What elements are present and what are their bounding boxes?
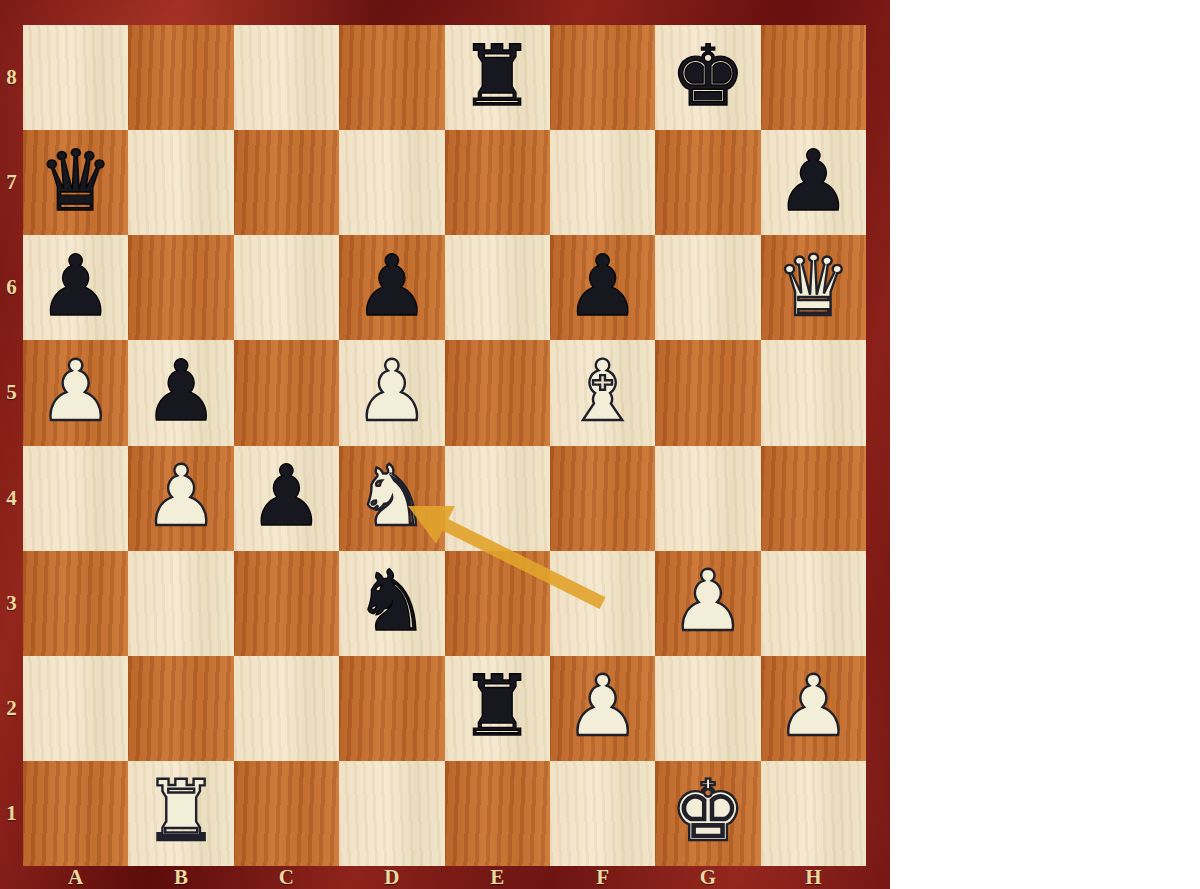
square-d5[interactable]: ♟	[339, 340, 444, 445]
square-e3[interactable]	[445, 551, 550, 656]
black-rook-e2[interactable]: ♜	[460, 664, 535, 748]
board-frame: ♜♚♛♟♟♟♟♛♟♟♟♝♟♟♞♞♟♜♟♟♜♚ 87654321 ABCDEFGH	[0, 0, 890, 889]
square-d1[interactable]	[339, 761, 444, 866]
square-c3[interactable]	[234, 551, 339, 656]
square-b7[interactable]	[128, 130, 233, 235]
square-d2[interactable]	[339, 656, 444, 761]
square-a4[interactable]	[23, 446, 128, 551]
square-d8[interactable]	[339, 25, 444, 130]
square-g2[interactable]	[655, 656, 760, 761]
white-pawn-b4[interactable]: ♟	[143, 454, 218, 538]
black-pawn-f6[interactable]: ♟	[565, 244, 640, 328]
rank-label-8: 8	[0, 25, 23, 130]
square-h8[interactable]	[761, 25, 866, 130]
square-h3[interactable]	[761, 551, 866, 656]
file-label-G: G	[655, 866, 760, 889]
white-rook-b1[interactable]: ♜	[143, 769, 218, 853]
square-f8[interactable]	[550, 25, 655, 130]
square-b2[interactable]	[128, 656, 233, 761]
square-f2[interactable]: ♟	[550, 656, 655, 761]
black-pawn-h7[interactable]: ♟	[776, 139, 851, 223]
file-label-F: F	[550, 866, 655, 889]
square-h5[interactable]	[761, 340, 866, 445]
square-d3[interactable]: ♞	[339, 551, 444, 656]
rank-label-3: 3	[0, 551, 23, 656]
square-f4[interactable]	[550, 446, 655, 551]
file-label-A: A	[23, 866, 128, 889]
square-c8[interactable]	[234, 25, 339, 130]
black-pawn-d6[interactable]: ♟	[354, 244, 429, 328]
file-label-E: E	[445, 866, 550, 889]
rank-label-1: 1	[0, 761, 23, 866]
square-b6[interactable]	[128, 235, 233, 340]
square-a7[interactable]: ♛	[23, 130, 128, 235]
square-e6[interactable]	[445, 235, 550, 340]
rank-label-5: 5	[0, 340, 23, 445]
square-c5[interactable]	[234, 340, 339, 445]
square-g6[interactable]	[655, 235, 760, 340]
white-king-g1[interactable]: ♚	[670, 769, 745, 853]
black-knight-d3[interactable]: ♞	[354, 559, 429, 643]
white-pawn-h2[interactable]: ♟	[776, 664, 851, 748]
black-queen-a7[interactable]: ♛	[38, 139, 113, 223]
square-a5[interactable]: ♟	[23, 340, 128, 445]
square-h4[interactable]	[761, 446, 866, 551]
file-label-D: D	[339, 866, 444, 889]
square-e7[interactable]	[445, 130, 550, 235]
square-b8[interactable]	[128, 25, 233, 130]
square-h2[interactable]: ♟	[761, 656, 866, 761]
board-squares: ♜♚♛♟♟♟♟♛♟♟♟♝♟♟♞♞♟♜♟♟♜♚	[23, 25, 866, 866]
square-g4[interactable]	[655, 446, 760, 551]
square-d6[interactable]: ♟	[339, 235, 444, 340]
black-king-g8[interactable]: ♚	[670, 34, 745, 118]
square-f5[interactable]: ♝	[550, 340, 655, 445]
square-h7[interactable]: ♟	[761, 130, 866, 235]
black-pawn-c4[interactable]: ♟	[249, 454, 324, 538]
square-g7[interactable]	[655, 130, 760, 235]
square-d4[interactable]: ♞	[339, 446, 444, 551]
rank-label-6: 6	[0, 235, 23, 340]
square-e5[interactable]	[445, 340, 550, 445]
square-e2[interactable]: ♜	[445, 656, 550, 761]
square-f3[interactable]	[550, 551, 655, 656]
black-pawn-a6[interactable]: ♟	[38, 244, 113, 328]
chess-diagram-stage: ♜♚♛♟♟♟♟♛♟♟♟♝♟♟♞♞♟♜♟♟♜♚ 87654321 ABCDEFGH	[0, 0, 1200, 889]
square-c4[interactable]: ♟	[234, 446, 339, 551]
black-pawn-b5[interactable]: ♟	[143, 349, 218, 433]
square-e4[interactable]	[445, 446, 550, 551]
square-c6[interactable]	[234, 235, 339, 340]
square-f1[interactable]	[550, 761, 655, 866]
square-f7[interactable]	[550, 130, 655, 235]
square-c1[interactable]	[234, 761, 339, 866]
square-a6[interactable]: ♟	[23, 235, 128, 340]
rank-label-7: 7	[0, 130, 23, 235]
square-g8[interactable]: ♚	[655, 25, 760, 130]
white-bishop-f5[interactable]: ♝	[565, 349, 640, 433]
white-pawn-a5[interactable]: ♟	[38, 349, 113, 433]
white-queen-h6[interactable]: ♛	[776, 244, 851, 328]
rank-label-2: 2	[0, 656, 23, 761]
white-pawn-f2[interactable]: ♟	[565, 664, 640, 748]
square-b3[interactable]	[128, 551, 233, 656]
square-c7[interactable]	[234, 130, 339, 235]
file-label-C: C	[234, 866, 339, 889]
white-pawn-d5[interactable]: ♟	[354, 349, 429, 433]
white-pawn-g3[interactable]: ♟	[670, 559, 745, 643]
square-h1[interactable]	[761, 761, 866, 866]
square-g1[interactable]: ♚	[655, 761, 760, 866]
white-knight-d4[interactable]: ♞	[354, 454, 429, 538]
file-label-B: B	[128, 866, 233, 889]
square-c2[interactable]	[234, 656, 339, 761]
square-e1[interactable]	[445, 761, 550, 866]
square-a8[interactable]	[23, 25, 128, 130]
square-b5[interactable]: ♟	[128, 340, 233, 445]
black-rook-e8[interactable]: ♜	[460, 34, 535, 118]
square-g5[interactable]	[655, 340, 760, 445]
rank-label-4: 4	[0, 446, 23, 551]
square-a1[interactable]	[23, 761, 128, 866]
file-label-H: H	[761, 866, 866, 889]
square-h6[interactable]: ♛	[761, 235, 866, 340]
square-f6[interactable]: ♟	[550, 235, 655, 340]
square-b4[interactable]: ♟	[128, 446, 233, 551]
square-a2[interactable]	[23, 656, 128, 761]
square-d7[interactable]	[339, 130, 444, 235]
square-a3[interactable]	[23, 551, 128, 656]
square-g3[interactable]: ♟	[655, 551, 760, 656]
square-e8[interactable]: ♜	[445, 25, 550, 130]
square-b1[interactable]: ♜	[128, 761, 233, 866]
